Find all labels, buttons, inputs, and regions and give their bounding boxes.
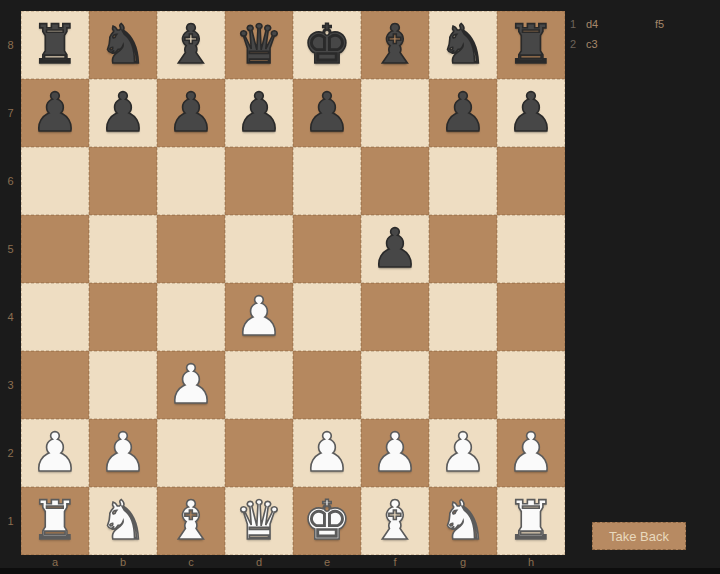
piece-black-pawn[interactable]: ♟ (430, 80, 496, 148)
square-a2[interactable]: ♟ (21, 419, 89, 487)
square-h2[interactable]: ♟ (497, 419, 565, 487)
square-c4[interactable] (157, 283, 225, 351)
square-h6[interactable] (497, 147, 565, 215)
square-c6[interactable] (157, 147, 225, 215)
square-c8[interactable]: ♝ (157, 11, 225, 79)
piece-white-rook[interactable]: ♜ (498, 488, 564, 556)
piece-white-pawn[interactable]: ♟ (158, 352, 224, 420)
square-d1[interactable]: ♛ (225, 487, 293, 555)
piece-black-pawn[interactable]: ♟ (362, 216, 428, 284)
square-g3[interactable] (429, 351, 497, 419)
square-g8[interactable]: ♞ (429, 11, 497, 79)
square-a4[interactable] (21, 283, 89, 351)
app-window: ♜♞♝♛♚♝♞♜♟♟♟♟♟♟♟♟♟♟♟♟♟♟♟♟♜♞♝♛♚♝♞♜ 8765432… (0, 0, 720, 574)
square-b4[interactable] (89, 283, 157, 351)
piece-white-pawn[interactable]: ♟ (22, 420, 88, 488)
square-d8[interactable]: ♛ (225, 11, 293, 79)
rank-label-4: 4 (0, 283, 21, 351)
piece-white-bishop[interactable]: ♝ (158, 488, 224, 556)
square-g4[interactable] (429, 283, 497, 351)
piece-white-pawn[interactable]: ♟ (430, 420, 496, 488)
square-e3[interactable] (293, 351, 361, 419)
move-number: 2 (570, 38, 586, 50)
square-c7[interactable]: ♟ (157, 79, 225, 147)
square-a5[interactable] (21, 215, 89, 283)
piece-black-bishop[interactable]: ♝ (158, 12, 224, 80)
piece-white-pawn[interactable]: ♟ (90, 420, 156, 488)
piece-white-rook[interactable]: ♜ (22, 488, 88, 556)
rank-label-5: 5 (0, 215, 21, 283)
square-e6[interactable] (293, 147, 361, 215)
piece-black-knight[interactable]: ♞ (90, 12, 156, 80)
rank-label-8: 8 (0, 11, 21, 79)
square-e4[interactable] (293, 283, 361, 351)
square-d3[interactable] (225, 351, 293, 419)
square-a1[interactable]: ♜ (21, 487, 89, 555)
move-white-1[interactable]: d4 (586, 18, 655, 30)
square-d7[interactable]: ♟ (225, 79, 293, 147)
square-g2[interactable]: ♟ (429, 419, 497, 487)
piece-white-knight[interactable]: ♞ (430, 488, 496, 556)
move-black-1[interactable]: f5 (655, 18, 716, 30)
move-row-1: 1 d4 f5 (570, 14, 716, 34)
square-f4[interactable] (361, 283, 429, 351)
square-b7[interactable]: ♟ (89, 79, 157, 147)
square-h3[interactable] (497, 351, 565, 419)
move-white-2[interactable]: c3 (586, 38, 655, 50)
square-g6[interactable] (429, 147, 497, 215)
move-list: 1 d4 f5 2 c3 (570, 14, 716, 54)
square-c2[interactable] (157, 419, 225, 487)
piece-black-pawn[interactable]: ♟ (226, 80, 292, 148)
piece-white-pawn[interactable]: ♟ (498, 420, 564, 488)
square-g1[interactable]: ♞ (429, 487, 497, 555)
piece-black-king[interactable]: ♚ (294, 12, 360, 80)
take-back-button[interactable]: Take Back (592, 522, 686, 550)
square-f3[interactable] (361, 351, 429, 419)
move-number: 1 (570, 18, 586, 30)
square-f7[interactable] (361, 79, 429, 147)
square-e2[interactable]: ♟ (293, 419, 361, 487)
square-c5[interactable] (157, 215, 225, 283)
square-h5[interactable] (497, 215, 565, 283)
square-f8[interactable]: ♝ (361, 11, 429, 79)
square-a6[interactable] (21, 147, 89, 215)
chess-board: ♜♞♝♛♚♝♞♜♟♟♟♟♟♟♟♟♟♟♟♟♟♟♟♟♜♞♝♛♚♝♞♜ (21, 11, 565, 555)
bottom-strip (0, 568, 720, 574)
piece-black-pawn[interactable]: ♟ (90, 80, 156, 148)
square-b3[interactable] (89, 351, 157, 419)
square-c1[interactable]: ♝ (157, 487, 225, 555)
square-b5[interactable] (89, 215, 157, 283)
square-h1[interactable]: ♜ (497, 487, 565, 555)
square-c3[interactable]: ♟ (157, 351, 225, 419)
square-d6[interactable] (225, 147, 293, 215)
square-a8[interactable]: ♜ (21, 11, 89, 79)
square-f6[interactable] (361, 147, 429, 215)
move-row-2: 2 c3 (570, 34, 716, 54)
square-h8[interactable]: ♜ (497, 11, 565, 79)
rank-labels: 87654321 (0, 11, 21, 555)
piece-black-pawn[interactable]: ♟ (294, 80, 360, 148)
square-d2[interactable] (225, 419, 293, 487)
square-f2[interactable]: ♟ (361, 419, 429, 487)
square-b2[interactable]: ♟ (89, 419, 157, 487)
square-g5[interactable] (429, 215, 497, 283)
piece-black-pawn[interactable]: ♟ (158, 80, 224, 148)
piece-white-pawn[interactable]: ♟ (294, 420, 360, 488)
rank-label-1: 1 (0, 487, 21, 555)
piece-black-queen[interactable]: ♛ (226, 12, 292, 80)
square-a7[interactable]: ♟ (21, 79, 89, 147)
square-d4[interactable]: ♟ (225, 283, 293, 351)
piece-black-rook[interactable]: ♜ (22, 12, 88, 80)
square-g7[interactable]: ♟ (429, 79, 497, 147)
piece-black-knight[interactable]: ♞ (430, 12, 496, 80)
rank-label-2: 2 (0, 419, 21, 487)
square-f1[interactable]: ♝ (361, 487, 429, 555)
square-e5[interactable] (293, 215, 361, 283)
square-h4[interactable] (497, 283, 565, 351)
rank-label-3: 3 (0, 351, 21, 419)
piece-white-bishop[interactable]: ♝ (362, 488, 428, 556)
piece-white-king[interactable]: ♚ (294, 488, 360, 556)
square-d5[interactable] (225, 215, 293, 283)
piece-white-queen[interactable]: ♛ (226, 488, 292, 556)
square-b6[interactable] (89, 147, 157, 215)
square-a3[interactable] (21, 351, 89, 419)
square-e1[interactable]: ♚ (293, 487, 361, 555)
square-e8[interactable]: ♚ (293, 11, 361, 79)
piece-white-pawn[interactable]: ♟ (226, 284, 292, 352)
square-b8[interactable]: ♞ (89, 11, 157, 79)
square-f5[interactable]: ♟ (361, 215, 429, 283)
piece-black-pawn[interactable]: ♟ (498, 80, 564, 148)
piece-black-bishop[interactable]: ♝ (362, 12, 428, 80)
piece-white-knight[interactable]: ♞ (90, 488, 156, 556)
square-e7[interactable]: ♟ (293, 79, 361, 147)
piece-white-pawn[interactable]: ♟ (362, 420, 428, 488)
square-h7[interactable]: ♟ (497, 79, 565, 147)
rank-label-6: 6 (0, 147, 21, 215)
rank-label-7: 7 (0, 79, 21, 147)
piece-black-pawn[interactable]: ♟ (22, 80, 88, 148)
piece-black-rook[interactable]: ♜ (498, 12, 564, 80)
square-b1[interactable]: ♞ (89, 487, 157, 555)
